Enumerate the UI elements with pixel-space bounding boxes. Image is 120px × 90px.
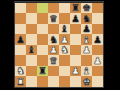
square-f2[interactable]: ♟	[70, 66, 81, 77]
square-f6[interactable]	[70, 24, 81, 35]
square-g2[interactable]: ♝	[81, 66, 92, 77]
piece-white-knight: ♞	[60, 45, 69, 55]
square-b4[interactable]: ♝	[26, 45, 37, 56]
square-h2[interactable]	[92, 66, 103, 77]
piece-white-bishop: ♝	[82, 34, 91, 44]
square-c4[interactable]	[37, 45, 48, 56]
piece-black-rook: ♜	[71, 3, 80, 13]
square-g4[interactable]: ♟	[81, 45, 92, 56]
square-h3[interactable]: ♟	[92, 55, 103, 66]
square-a5[interactable]: ♟	[15, 34, 26, 45]
square-e8[interactable]	[59, 3, 70, 14]
square-b1[interactable]	[26, 76, 37, 87]
square-g8[interactable]: ♚	[81, 3, 92, 14]
square-c3[interactable]	[37, 55, 48, 66]
piece-white-pawn: ♟	[49, 45, 58, 55]
piece-black-knight: ♞	[82, 13, 91, 23]
square-f8[interactable]: ♜	[70, 3, 81, 14]
square-c7[interactable]	[37, 13, 48, 24]
square-e6[interactable]: ♝	[59, 24, 70, 35]
square-e1[interactable]	[59, 76, 70, 87]
piece-black-knight: ♞	[49, 34, 58, 44]
square-d1[interactable]	[48, 76, 59, 87]
square-e4[interactable]: ♞	[59, 45, 70, 56]
square-c5[interactable]	[37, 34, 48, 45]
square-c2[interactable]: ♜	[37, 66, 48, 77]
square-c8[interactable]	[37, 3, 48, 14]
square-g5[interactable]: ♝	[81, 34, 92, 45]
piece-black-pawn: ♟	[82, 24, 91, 34]
piece-black-bishop: ♝	[60, 24, 69, 34]
square-g6[interactable]: ♟	[81, 24, 92, 35]
square-d5[interactable]: ♞	[48, 34, 59, 45]
square-g3[interactable]	[81, 55, 92, 66]
square-d3[interactable]: ♛	[48, 55, 59, 66]
square-d2[interactable]	[48, 66, 59, 77]
piece-white-king: ♚	[82, 76, 91, 86]
square-h8[interactable]	[92, 3, 103, 14]
piece-white-queen: ♛	[49, 55, 58, 65]
square-g1[interactable]: ♚	[81, 76, 92, 87]
square-a7[interactable]	[15, 13, 26, 24]
piece-black-rook: ♜	[38, 66, 47, 76]
square-a1[interactable]: ♜	[15, 76, 26, 87]
square-b3[interactable]	[26, 55, 37, 66]
piece-black-pawn: ♟	[71, 13, 80, 23]
square-h4[interactable]	[92, 45, 103, 56]
square-d6[interactable]	[48, 24, 59, 35]
square-c6[interactable]	[37, 24, 48, 35]
square-f5[interactable]	[70, 34, 81, 45]
square-e5[interactable]: ♟	[59, 34, 70, 45]
square-a6[interactable]	[15, 24, 26, 35]
piece-white-pawn: ♟	[71, 66, 80, 76]
square-h5[interactable]: ♟	[92, 34, 103, 45]
piece-white-bishop: ♝	[82, 66, 91, 76]
piece-white-pawn: ♟	[93, 55, 102, 65]
square-b6[interactable]	[26, 24, 37, 35]
square-b7[interactable]	[26, 13, 37, 24]
square-e2[interactable]	[59, 66, 70, 77]
square-b2[interactable]	[26, 66, 37, 77]
square-d7[interactable]: ♛	[48, 13, 59, 24]
piece-black-queen: ♛	[49, 13, 58, 23]
square-b5[interactable]	[26, 34, 37, 45]
square-a8[interactable]	[15, 3, 26, 14]
piece-black-pawn: ♟	[16, 34, 25, 44]
square-b8[interactable]	[26, 3, 37, 14]
square-a2[interactable]: ♞	[15, 66, 26, 77]
piece-black-king: ♚	[82, 3, 91, 13]
piece-black-pawn: ♟	[93, 34, 102, 44]
square-h7[interactable]	[92, 13, 103, 24]
piece-white-knight: ♞	[16, 66, 25, 76]
square-e3[interactable]	[59, 55, 70, 66]
board-frame: ♜♚♛♟♞♝♟♟♞♟♝♟♝♟♞♟♛♟♞♜♟♝♜♚	[14, 1, 104, 88]
square-f1[interactable]	[70, 76, 81, 87]
square-h1[interactable]	[92, 76, 103, 87]
square-f7[interactable]: ♟	[70, 13, 81, 24]
square-a3[interactable]	[15, 55, 26, 66]
square-d8[interactable]	[48, 3, 59, 14]
square-e7[interactable]	[59, 13, 70, 24]
piece-black-bishop: ♝	[27, 45, 36, 55]
square-h6[interactable]	[92, 24, 103, 35]
square-a4[interactable]	[15, 45, 26, 56]
piece-white-rook: ♜	[16, 76, 25, 86]
piece-white-pawn: ♟	[60, 34, 69, 44]
square-c1[interactable]	[37, 76, 48, 87]
square-g7[interactable]: ♞	[81, 13, 92, 24]
square-d4[interactable]: ♟	[48, 45, 59, 56]
square-f4[interactable]	[70, 45, 81, 56]
piece-white-pawn: ♟	[82, 45, 91, 55]
chess-board: ♜♚♛♟♞♝♟♟♞♟♝♟♝♟♞♟♛♟♞♜♟♝♜♚	[15, 3, 103, 87]
square-f3[interactable]	[70, 55, 81, 66]
